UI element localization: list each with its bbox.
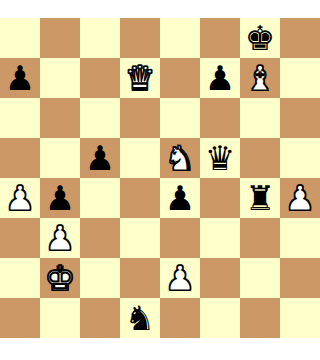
square-h1[interactable] <box>280 298 320 338</box>
square-a3[interactable] <box>0 218 40 258</box>
square-h4[interactable]: ♟ <box>280 178 320 218</box>
square-e2[interactable]: ♟ <box>160 258 200 298</box>
piece-white-pawn[interactable]: ♟ <box>5 181 35 215</box>
status-bar: 1. ? <box>0 338 320 360</box>
piece-white-pawn[interactable]: ♟ <box>285 181 315 215</box>
square-c2[interactable] <box>80 258 120 298</box>
piece-white-pawn[interactable]: ♟ <box>165 261 195 295</box>
piece-black-rook[interactable]: ♜ <box>245 181 275 215</box>
square-h8[interactable] <box>280 18 320 58</box>
piece-white-king[interactable]: ♚ <box>45 261 75 295</box>
square-c6[interactable] <box>80 98 120 138</box>
square-e6[interactable] <box>160 98 200 138</box>
square-b4[interactable]: ♟ <box>40 178 80 218</box>
square-g1[interactable] <box>240 298 280 338</box>
square-b6[interactable] <box>40 98 80 138</box>
piece-black-pawn[interactable]: ♟ <box>205 61 235 95</box>
square-h5[interactable] <box>280 138 320 178</box>
piece-black-pawn[interactable]: ♟ <box>165 181 195 215</box>
square-g6[interactable] <box>240 98 280 138</box>
square-d7[interactable]: ♛ <box>120 58 160 98</box>
square-e3[interactable] <box>160 218 200 258</box>
square-d5[interactable] <box>120 138 160 178</box>
piece-black-pawn[interactable]: ♟ <box>45 181 75 215</box>
square-g5[interactable] <box>240 138 280 178</box>
piece-black-queen[interactable]: ♛ <box>205 141 235 175</box>
square-f8[interactable] <box>200 18 240 58</box>
piece-black-pawn[interactable]: ♟ <box>85 141 115 175</box>
square-f2[interactable] <box>200 258 240 298</box>
square-a8[interactable] <box>0 18 40 58</box>
square-e4[interactable]: ♟ <box>160 178 200 218</box>
square-f5[interactable]: ♛ <box>200 138 240 178</box>
square-f1[interactable] <box>200 298 240 338</box>
square-d1[interactable]: ♞ <box>120 298 160 338</box>
square-d3[interactable] <box>120 218 160 258</box>
piece-black-knight[interactable]: ♞ <box>125 301 155 335</box>
square-a4[interactable]: ♟ <box>0 178 40 218</box>
square-a6[interactable] <box>0 98 40 138</box>
square-h7[interactable] <box>280 58 320 98</box>
square-e1[interactable] <box>160 298 200 338</box>
square-e8[interactable] <box>160 18 200 58</box>
piece-white-bishop[interactable]: ♝ <box>245 61 275 95</box>
square-b3[interactable]: ♟ <box>40 218 80 258</box>
square-c8[interactable] <box>80 18 120 58</box>
square-c3[interactable] <box>80 218 120 258</box>
square-b7[interactable] <box>40 58 80 98</box>
piece-black-pawn[interactable]: ♟ <box>5 61 35 95</box>
square-a7[interactable]: ♟ <box>0 58 40 98</box>
square-g7[interactable]: ♝ <box>240 58 280 98</box>
square-b5[interactable] <box>40 138 80 178</box>
piece-white-knight[interactable]: ♞ <box>165 141 195 175</box>
square-a2[interactable] <box>0 258 40 298</box>
square-e7[interactable] <box>160 58 200 98</box>
square-c1[interactable] <box>80 298 120 338</box>
crafty-window: Crafty.073 ♚♟♛♟♝♟♞♛♟♟♟♜♟♟♚♟♞ 1. ? <box>0 0 320 360</box>
square-g2[interactable] <box>240 258 280 298</box>
piece-black-king[interactable]: ♚ <box>245 21 275 55</box>
square-d2[interactable] <box>120 258 160 298</box>
square-a1[interactable] <box>0 298 40 338</box>
piece-white-pawn[interactable]: ♟ <box>45 221 75 255</box>
square-d4[interactable] <box>120 178 160 218</box>
square-f3[interactable] <box>200 218 240 258</box>
square-b2[interactable]: ♚ <box>40 258 80 298</box>
title-bar: Crafty.073 <box>0 0 320 18</box>
square-g3[interactable] <box>240 218 280 258</box>
square-e5[interactable]: ♞ <box>160 138 200 178</box>
square-c5[interactable]: ♟ <box>80 138 120 178</box>
square-d6[interactable] <box>120 98 160 138</box>
square-a5[interactable] <box>0 138 40 178</box>
square-f6[interactable] <box>200 98 240 138</box>
square-f7[interactable]: ♟ <box>200 58 240 98</box>
square-h2[interactable] <box>280 258 320 298</box>
square-b8[interactable] <box>40 18 80 58</box>
square-h3[interactable] <box>280 218 320 258</box>
square-h6[interactable] <box>280 98 320 138</box>
square-g8[interactable]: ♚ <box>240 18 280 58</box>
chess-board: ♚♟♛♟♝♟♞♛♟♟♟♜♟♟♚♟♞ <box>0 18 320 338</box>
square-c4[interactable] <box>80 178 120 218</box>
square-b1[interactable] <box>40 298 80 338</box>
square-d8[interactable] <box>120 18 160 58</box>
square-c7[interactable] <box>80 58 120 98</box>
piece-white-queen[interactable]: ♛ <box>125 61 155 95</box>
square-f4[interactable] <box>200 178 240 218</box>
square-g4[interactable]: ♜ <box>240 178 280 218</box>
